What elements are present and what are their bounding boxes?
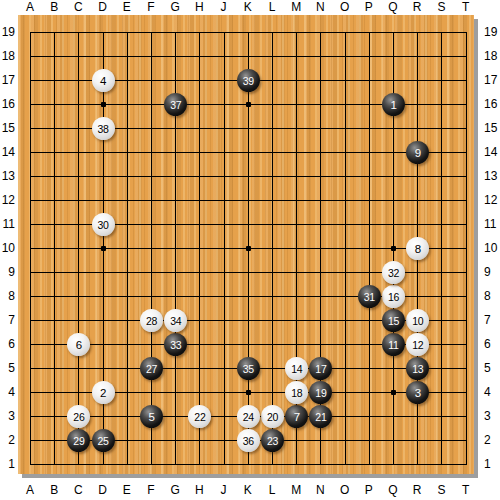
coord-label-bottom-L: L [262,483,282,498]
move-number: 12 [412,339,423,351]
coord-label-bottom-B: B [44,483,64,498]
move-number: 26 [73,411,84,423]
coord-label-right-17: 17 [484,72,500,88]
coord-label-bottom-N: N [310,483,330,498]
coord-label-top-E: E [117,0,137,15]
stone-white-18-M4[interactable]: 18 [285,381,308,404]
stone-black-25-D2[interactable]: 25 [92,429,115,452]
coord-label-left-2: 2 [0,432,15,448]
grid-line-vertical-L [272,32,273,465]
stone-white-6-C6[interactable]: 6 [67,333,90,356]
coord-label-bottom-D: D [93,483,113,498]
stone-white-16-Q8[interactable]: 16 [382,285,405,308]
coord-label-top-F: F [141,0,161,15]
coord-label-bottom-O: O [335,483,355,498]
stone-black-13-R5[interactable]: 13 [406,357,429,380]
coord-label-top-O: O [335,0,355,15]
coord-label-left-1: 1 [0,456,15,472]
move-number: 38 [98,123,109,135]
move-number: 2 [100,387,106,399]
coord-label-right-10: 10 [484,240,500,256]
coord-label-right-3: 3 [484,408,500,424]
star-point-D16 [101,102,106,107]
stone-black-33-G6[interactable]: 33 [164,333,187,356]
move-number: 37 [170,99,181,111]
coord-label-left-4: 4 [0,384,15,400]
grid-line-vertical-P [369,32,370,465]
move-number: 34 [170,315,181,327]
stone-black-31-P8[interactable]: 31 [358,285,381,308]
coord-label-right-18: 18 [484,48,500,64]
coord-label-top-N: N [310,0,330,15]
coord-label-bottom-G: G [165,483,185,498]
stone-white-8-R10[interactable]: 8 [406,237,429,260]
stone-black-23-L2[interactable]: 23 [261,429,284,452]
coord-label-right-16: 16 [484,96,500,112]
stone-black-35-K5[interactable]: 35 [237,357,260,380]
star-point-D10 [101,246,106,251]
stone-black-37-G16[interactable]: 37 [164,93,187,116]
coord-label-right-19: 19 [484,24,500,40]
coord-label-right-11: 11 [484,216,500,232]
coord-label-top-T: T [456,0,476,15]
coord-label-left-18: 18 [0,48,15,64]
stone-black-3-R4[interactable]: 3 [406,381,429,404]
coord-label-top-J: J [214,0,234,15]
stone-white-22-H3[interactable]: 22 [188,405,211,428]
move-number: 22 [194,411,205,423]
coord-label-bottom-C: C [68,483,88,498]
coord-label-right-6: 6 [484,336,500,352]
coord-label-left-5: 5 [0,360,15,376]
move-number: 8 [415,243,421,255]
coord-label-bottom-S: S [431,483,451,498]
coord-label-bottom-H: H [189,483,209,498]
move-number: 14 [291,363,302,375]
stone-white-28-F7[interactable]: 28 [140,309,163,332]
move-number: 21 [315,411,326,423]
coord-label-bottom-M: M [286,483,306,498]
move-number: 3 [415,387,421,399]
move-number: 5 [148,411,154,423]
coord-label-right-4: 4 [484,384,500,400]
move-number: 1 [390,99,396,111]
stone-white-38-D15[interactable]: 38 [92,117,115,140]
move-number: 28 [146,315,157,327]
stone-black-27-F5[interactable]: 27 [140,357,163,380]
coord-label-top-L: L [262,0,282,15]
coord-label-left-15: 15 [0,120,15,136]
stone-white-4-D17[interactable]: 4 [92,69,115,92]
coord-label-left-17: 17 [0,72,15,88]
move-number: 36 [243,435,254,447]
stone-white-34-G7[interactable]: 34 [164,309,187,332]
move-number: 33 [170,339,181,351]
move-number: 35 [243,363,254,375]
move-number: 18 [291,387,302,399]
move-number: 29 [73,435,84,447]
coord-label-top-M: M [286,0,306,15]
star-point-K4 [246,390,251,395]
coord-label-right-13: 13 [484,168,500,184]
stone-white-36-K2[interactable]: 36 [237,429,260,452]
coord-label-left-7: 7 [0,312,15,328]
stone-white-14-M5[interactable]: 14 [285,357,308,380]
grid-line-vertical-T [466,32,467,465]
move-number: 39 [243,75,254,87]
move-number: 27 [146,363,157,375]
move-number: 16 [388,291,399,303]
stone-white-12-R6[interactable]: 12 [406,333,429,356]
move-number: 4 [100,75,106,87]
move-number: 9 [415,147,421,159]
move-number: 11 [388,339,398,351]
move-number: 24 [243,411,254,423]
star-point-Q10 [391,246,396,251]
coord-label-top-D: D [93,0,113,15]
go-diagram: 1234567891011121314151617181920212223242… [0,0,500,500]
move-number: 31 [364,291,375,303]
coord-label-bottom-Q: Q [383,483,403,498]
star-point-Q4 [391,390,396,395]
grid-line-vertical-S [441,32,442,465]
move-number: 6 [76,339,82,351]
coord-label-left-19: 19 [0,24,15,40]
coord-label-left-12: 12 [0,192,15,208]
coord-label-left-13: 13 [0,168,15,184]
coord-label-bottom-R: R [407,483,427,498]
move-number: 30 [98,219,109,231]
stone-white-26-C3[interactable]: 26 [67,405,90,428]
coord-label-top-H: H [189,0,209,15]
coord-label-right-1: 1 [484,456,500,472]
coord-label-top-B: B [44,0,64,15]
coord-label-bottom-F: F [141,483,161,498]
coord-label-top-S: S [431,0,451,15]
stone-black-21-N3[interactable]: 21 [309,405,332,428]
coord-label-left-6: 6 [0,336,15,352]
coord-label-bottom-E: E [117,483,137,498]
grid-line-vertical-O [345,32,346,465]
coord-label-bottom-A: A [20,483,40,498]
move-number: 15 [388,315,399,327]
coord-label-bottom-T: T [456,483,476,498]
move-number: 23 [267,435,278,447]
coord-label-left-3: 3 [0,408,15,424]
stone-black-9-R14[interactable]: 9 [406,141,429,164]
coord-label-bottom-P: P [359,483,379,498]
coord-label-top-G: G [165,0,185,15]
coord-label-left-9: 9 [0,264,15,280]
coord-label-bottom-K: K [238,483,258,498]
stone-white-2-D4[interactable]: 2 [92,381,115,404]
coord-label-top-A: A [20,0,40,15]
stone-black-7-M3[interactable]: 7 [285,405,308,428]
move-number: 17 [315,363,326,375]
coord-label-left-8: 8 [0,288,15,304]
coord-label-right-9: 9 [484,264,500,280]
move-number: 7 [294,411,300,423]
stone-black-1-Q16[interactable]: 1 [382,93,405,116]
star-point-K10 [246,246,251,251]
coord-label-top-Q: Q [383,0,403,15]
coord-label-top-K: K [238,0,258,15]
stone-black-29-C2[interactable]: 29 [67,429,90,452]
go-board[interactable]: 1234567891011121314151617181920212223242… [18,15,474,474]
coord-label-right-12: 12 [484,192,500,208]
move-number: 19 [315,387,326,399]
stone-white-24-K3[interactable]: 24 [237,405,260,428]
move-number: 10 [412,315,423,327]
coord-label-right-8: 8 [484,288,500,304]
coord-label-top-C: C [68,0,88,15]
stone-black-11-Q6[interactable]: 11 [382,333,405,356]
coord-label-right-5: 5 [484,360,500,376]
move-number: 25 [98,435,109,447]
move-number: 13 [412,363,423,375]
stone-black-5-F3[interactable]: 5 [140,405,163,428]
coord-label-left-16: 16 [0,96,15,112]
stone-white-10-R7[interactable]: 10 [406,309,429,332]
coord-label-top-R: R [407,0,427,15]
coord-label-left-10: 10 [0,240,15,256]
coord-label-left-11: 11 [0,216,15,232]
stone-white-30-D11[interactable]: 30 [92,213,115,236]
stone-white-32-Q9[interactable]: 32 [382,261,405,284]
stone-black-15-Q7[interactable]: 15 [382,309,405,332]
coord-label-left-14: 14 [0,144,15,160]
stone-black-19-N4[interactable]: 19 [309,381,332,404]
coord-label-right-7: 7 [484,312,500,328]
coord-label-bottom-J: J [214,483,234,498]
coord-label-right-15: 15 [484,120,500,136]
coord-label-top-P: P [359,0,379,15]
grid-line-horizontal-1 [30,464,467,465]
move-number: 32 [388,267,399,279]
stone-black-17-N5[interactable]: 17 [309,357,332,380]
star-point-K16 [246,102,251,107]
coord-label-right-2: 2 [484,432,500,448]
coord-label-right-14: 14 [484,144,500,160]
move-number: 20 [267,411,278,423]
stone-white-20-L3[interactable]: 20 [261,405,284,428]
stone-black-39-K17[interactable]: 39 [237,69,260,92]
